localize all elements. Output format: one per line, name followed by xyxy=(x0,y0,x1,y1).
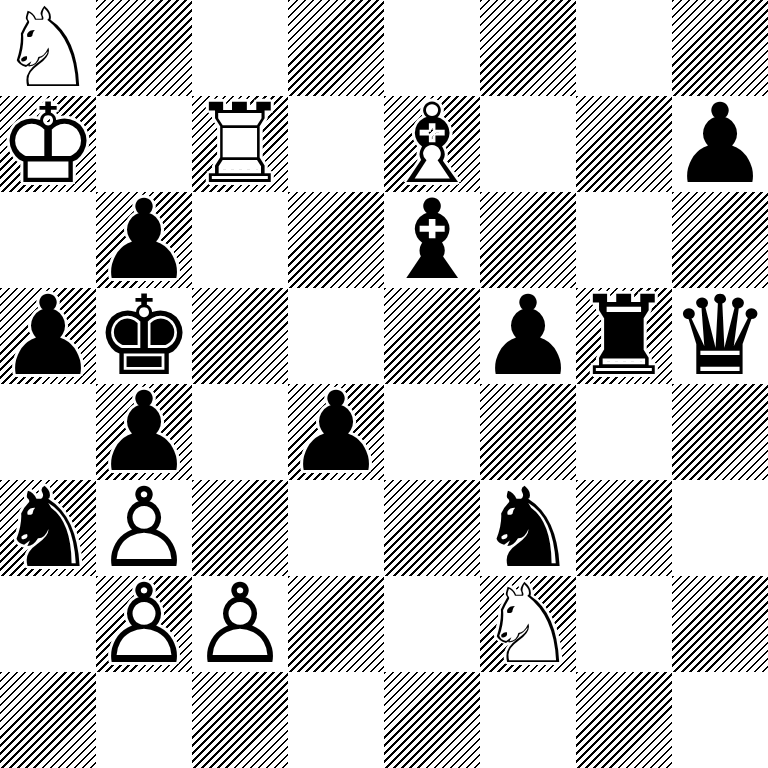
piece-black-pawn: ♟ xyxy=(672,96,768,192)
square-g3[interactable] xyxy=(576,480,672,576)
black-pawn-halo: ♟ xyxy=(288,384,384,480)
white-knight-halo: ♞ xyxy=(0,0,96,96)
piece-white-bishop: ♗ xyxy=(384,96,480,192)
square-a6[interactable] xyxy=(0,192,96,288)
square-f5[interactable]: ♟♟ xyxy=(480,288,576,384)
square-f6[interactable] xyxy=(480,192,576,288)
piece-black-rook: ♜ xyxy=(576,288,672,384)
black-knight-halo: ♞ xyxy=(0,480,96,576)
square-h5[interactable]: ♛♛ xyxy=(672,288,768,384)
piece-white-knight: ♘ xyxy=(0,0,96,96)
square-c7[interactable]: ♜♖ xyxy=(192,96,288,192)
square-f8[interactable] xyxy=(480,0,576,96)
white-pawn-halo: ♟ xyxy=(96,480,192,576)
square-f3[interactable]: ♞♞ xyxy=(480,480,576,576)
square-b5[interactable]: ♚♚ xyxy=(96,288,192,384)
square-d7[interactable] xyxy=(288,96,384,192)
square-g7[interactable] xyxy=(576,96,672,192)
square-c1[interactable] xyxy=(192,672,288,768)
piece-black-pawn: ♟ xyxy=(0,288,96,384)
square-f4[interactable] xyxy=(480,384,576,480)
square-a7[interactable]: ♚♔ xyxy=(0,96,96,192)
black-pawn-halo: ♟ xyxy=(672,96,768,192)
black-pawn-halo: ♟ xyxy=(96,192,192,288)
square-b1[interactable] xyxy=(96,672,192,768)
square-b4[interactable]: ♟♟ xyxy=(96,384,192,480)
square-f7[interactable] xyxy=(480,96,576,192)
piece-black-pawn: ♟ xyxy=(480,288,576,384)
square-e1[interactable] xyxy=(384,672,480,768)
black-pawn-halo: ♟ xyxy=(480,288,576,384)
black-knight-halo: ♞ xyxy=(480,480,576,576)
square-a1[interactable] xyxy=(0,672,96,768)
square-e8[interactable] xyxy=(384,0,480,96)
square-a3[interactable]: ♞♞ xyxy=(0,480,96,576)
square-d3[interactable] xyxy=(288,480,384,576)
white-pawn-halo: ♟ xyxy=(96,576,192,672)
square-e3[interactable] xyxy=(384,480,480,576)
piece-white-pawn: ♙ xyxy=(192,576,288,672)
square-e7[interactable]: ♝♗ xyxy=(384,96,480,192)
piece-white-knight: ♘ xyxy=(480,576,576,672)
square-h7[interactable]: ♟♟ xyxy=(672,96,768,192)
square-g6[interactable] xyxy=(576,192,672,288)
square-e5[interactable] xyxy=(384,288,480,384)
square-g8[interactable] xyxy=(576,0,672,96)
square-h4[interactable] xyxy=(672,384,768,480)
square-b8[interactable] xyxy=(96,0,192,96)
black-queen-halo: ♛ xyxy=(672,288,768,384)
chess-board: ♞♘♚♔♜♖♝♗♟♟♟♟♝♝♟♟♚♚♟♟♜♜♛♛♟♟♟♟♞♞♟♙♞♞♟♙♟♙♞♘ xyxy=(0,0,768,768)
piece-black-pawn: ♟ xyxy=(288,384,384,480)
piece-black-bishop: ♝ xyxy=(384,192,480,288)
white-knight-halo: ♞ xyxy=(480,576,576,672)
piece-black-knight: ♞ xyxy=(0,480,96,576)
square-g2[interactable] xyxy=(576,576,672,672)
square-d8[interactable] xyxy=(288,0,384,96)
square-c8[interactable] xyxy=(192,0,288,96)
square-a5[interactable]: ♟♟ xyxy=(0,288,96,384)
square-b6[interactable]: ♟♟ xyxy=(96,192,192,288)
piece-black-pawn: ♟ xyxy=(96,192,192,288)
piece-black-queen: ♛ xyxy=(672,288,768,384)
square-f1[interactable] xyxy=(480,672,576,768)
square-g5[interactable]: ♜♜ xyxy=(576,288,672,384)
square-c2[interactable]: ♟♙ xyxy=(192,576,288,672)
piece-black-pawn: ♟ xyxy=(96,384,192,480)
piece-white-pawn: ♙ xyxy=(96,480,192,576)
square-d1[interactable] xyxy=(288,672,384,768)
square-c6[interactable] xyxy=(192,192,288,288)
square-f2[interactable]: ♞♘ xyxy=(480,576,576,672)
square-h6[interactable] xyxy=(672,192,768,288)
square-c3[interactable] xyxy=(192,480,288,576)
white-king-halo: ♚ xyxy=(0,96,96,192)
black-pawn-halo: ♟ xyxy=(96,384,192,480)
black-pawn-halo: ♟ xyxy=(0,288,96,384)
square-a2[interactable] xyxy=(0,576,96,672)
square-h3[interactable] xyxy=(672,480,768,576)
white-bishop-halo: ♝ xyxy=(384,96,480,192)
square-h8[interactable] xyxy=(672,0,768,96)
white-rook-halo: ♜ xyxy=(192,96,288,192)
black-rook-halo: ♜ xyxy=(576,288,672,384)
square-h1[interactable] xyxy=(672,672,768,768)
square-g1[interactable] xyxy=(576,672,672,768)
piece-black-king: ♚ xyxy=(96,288,192,384)
piece-white-king: ♔ xyxy=(0,96,96,192)
square-a4[interactable] xyxy=(0,384,96,480)
piece-white-rook: ♖ xyxy=(192,96,288,192)
square-d4[interactable]: ♟♟ xyxy=(288,384,384,480)
square-b3[interactable]: ♟♙ xyxy=(96,480,192,576)
black-bishop-halo: ♝ xyxy=(384,192,480,288)
piece-white-pawn: ♙ xyxy=(96,576,192,672)
square-c4[interactable] xyxy=(192,384,288,480)
square-b2[interactable]: ♟♙ xyxy=(96,576,192,672)
square-c5[interactable] xyxy=(192,288,288,384)
square-e4[interactable] xyxy=(384,384,480,480)
square-a8[interactable]: ♞♘ xyxy=(0,0,96,96)
piece-black-knight: ♞ xyxy=(480,480,576,576)
square-e2[interactable] xyxy=(384,576,480,672)
square-d2[interactable] xyxy=(288,576,384,672)
square-b7[interactable] xyxy=(96,96,192,192)
square-d5[interactable] xyxy=(288,288,384,384)
square-d6[interactable] xyxy=(288,192,384,288)
square-e6[interactable]: ♝♝ xyxy=(384,192,480,288)
black-king-halo: ♚ xyxy=(96,288,192,384)
square-h2[interactable] xyxy=(672,576,768,672)
square-g4[interactable] xyxy=(576,384,672,480)
white-pawn-halo: ♟ xyxy=(192,576,288,672)
